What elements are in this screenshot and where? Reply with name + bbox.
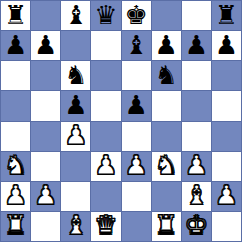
piece-black-knight-f6[interactable]: ♞	[155, 62, 178, 88]
square-g5[interactable]	[182, 91, 211, 120]
piece-white-pawn-c4[interactable]: ♟	[64, 122, 87, 148]
square-b1[interactable]	[31, 212, 60, 241]
square-b3[interactable]	[31, 152, 60, 181]
piece-white-king-g1[interactable]: ♚	[185, 212, 208, 238]
square-f7[interactable]: ♟	[152, 31, 181, 60]
piece-black-pawn-f7[interactable]: ♟	[155, 32, 178, 58]
square-e4[interactable]	[122, 122, 151, 151]
square-h5[interactable]	[212, 91, 241, 120]
piece-white-pawn-b2[interactable]: ♟	[34, 182, 57, 208]
square-a5[interactable]	[1, 91, 30, 120]
square-e1[interactable]	[122, 212, 151, 241]
piece-black-rook-h8[interactable]: ♜	[215, 2, 238, 28]
square-h2[interactable]: ♟	[212, 182, 241, 211]
piece-white-queen-d1[interactable]: ♛	[94, 212, 117, 238]
square-c3[interactable]	[61, 152, 90, 181]
square-a6[interactable]	[1, 61, 30, 90]
piece-white-bishop-g2[interactable]: ♝	[185, 182, 208, 208]
square-c2[interactable]	[61, 182, 90, 211]
piece-white-pawn-e3[interactable]: ♟	[124, 152, 147, 178]
square-e7[interactable]: ♝	[122, 31, 151, 60]
square-a3[interactable]: ♞	[1, 152, 30, 181]
square-d8[interactable]: ♛	[91, 1, 120, 30]
square-e5[interactable]: ♟	[122, 91, 151, 120]
square-a7[interactable]: ♟	[1, 31, 30, 60]
piece-white-knight-a3[interactable]: ♞	[4, 152, 27, 178]
square-a4[interactable]	[1, 122, 30, 151]
square-e2[interactable]	[122, 182, 151, 211]
square-g4[interactable]	[182, 122, 211, 151]
square-e8[interactable]: ♚	[122, 1, 151, 30]
square-h4[interactable]	[212, 122, 241, 151]
piece-black-pawn-b7[interactable]: ♟	[34, 32, 57, 58]
square-b8[interactable]	[31, 1, 60, 30]
square-d3[interactable]: ♟	[91, 152, 120, 181]
square-h8[interactable]: ♜	[212, 1, 241, 30]
piece-white-knight-f3[interactable]: ♞	[155, 152, 178, 178]
square-f4[interactable]	[152, 122, 181, 151]
piece-black-pawn-h7[interactable]: ♟	[215, 32, 238, 58]
piece-white-pawn-a2[interactable]: ♟	[4, 182, 27, 208]
square-f6[interactable]: ♞	[152, 61, 181, 90]
square-f3[interactable]: ♞	[152, 152, 181, 181]
piece-black-bishop-e7[interactable]: ♝	[124, 32, 147, 58]
square-a8[interactable]: ♜	[1, 1, 30, 30]
square-b5[interactable]	[31, 91, 60, 120]
piece-black-pawn-a7[interactable]: ♟	[4, 32, 27, 58]
square-h7[interactable]: ♟	[212, 31, 241, 60]
square-d6[interactable]	[91, 61, 120, 90]
square-g7[interactable]: ♟	[182, 31, 211, 60]
piece-black-pawn-g7[interactable]: ♟	[185, 32, 208, 58]
piece-black-bishop-c8[interactable]: ♝	[64, 2, 87, 28]
square-f5[interactable]	[152, 91, 181, 120]
piece-white-rook-a1[interactable]: ♜	[4, 212, 27, 238]
square-b6[interactable]	[31, 61, 60, 90]
square-a1[interactable]: ♜	[1, 212, 30, 241]
square-d2[interactable]	[91, 182, 120, 211]
square-h3[interactable]	[212, 152, 241, 181]
square-c6[interactable]: ♞	[61, 61, 90, 90]
piece-white-rook-f1[interactable]: ♜	[155, 212, 178, 238]
square-g2[interactable]: ♝	[182, 182, 211, 211]
square-d1[interactable]: ♛	[91, 212, 120, 241]
piece-white-pawn-g3[interactable]: ♟	[185, 152, 208, 178]
square-g8[interactable]	[182, 1, 211, 30]
square-a2[interactable]: ♟	[1, 182, 30, 211]
square-f1[interactable]: ♜	[152, 212, 181, 241]
square-c1[interactable]: ♝	[61, 212, 90, 241]
square-e3[interactable]: ♟	[122, 152, 151, 181]
square-f8[interactable]	[152, 1, 181, 30]
square-f2[interactable]	[152, 182, 181, 211]
piece-black-rook-a8[interactable]: ♜	[4, 2, 27, 28]
piece-black-king-e8[interactable]: ♚	[124, 2, 147, 28]
square-c4[interactable]: ♟	[61, 122, 90, 151]
square-h1[interactable]	[212, 212, 241, 241]
piece-white-bishop-c1[interactable]: ♝	[64, 212, 87, 238]
piece-black-queen-d8[interactable]: ♛	[94, 2, 117, 28]
square-g3[interactable]: ♟	[182, 152, 211, 181]
square-g1[interactable]: ♚	[182, 212, 211, 241]
square-g6[interactable]	[182, 61, 211, 90]
square-b4[interactable]	[31, 122, 60, 151]
piece-black-pawn-e5[interactable]: ♟	[124, 92, 147, 118]
piece-black-knight-c6[interactable]: ♞	[64, 62, 87, 88]
square-b7[interactable]: ♟	[31, 31, 60, 60]
square-h6[interactable]	[212, 61, 241, 90]
square-b2[interactable]: ♟	[31, 182, 60, 211]
square-e6[interactable]	[122, 61, 151, 90]
piece-white-pawn-h2[interactable]: ♟	[215, 182, 238, 208]
square-d4[interactable]	[91, 122, 120, 151]
square-d5[interactable]	[91, 91, 120, 120]
piece-white-pawn-d3[interactable]: ♟	[94, 152, 117, 178]
chess-board: ♜♝♛♚♜♟♟♝♟♟♟♞♞♟♟♟♞♟♟♞♟♟♟♝♟♜♝♛♜♚	[0, 0, 242, 242]
square-d7[interactable]	[91, 31, 120, 60]
square-c8[interactable]: ♝	[61, 1, 90, 30]
piece-black-pawn-c5[interactable]: ♟	[64, 92, 87, 118]
square-c7[interactable]	[61, 31, 90, 60]
square-c5[interactable]: ♟	[61, 91, 90, 120]
